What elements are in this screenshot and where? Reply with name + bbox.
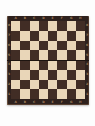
square-c6[interactable] xyxy=(30,41,39,51)
square-g1[interactable] xyxy=(67,89,76,99)
square-d5[interactable] xyxy=(39,50,48,60)
file-label: F xyxy=(57,99,66,105)
rank-label: 4 xyxy=(85,60,89,70)
square-h6[interactable] xyxy=(76,41,85,51)
rank-label: 7 xyxy=(85,31,89,41)
square-e4[interactable] xyxy=(48,60,57,70)
square-f7[interactable] xyxy=(57,31,66,41)
square-g3[interactable] xyxy=(67,70,76,80)
square-a8[interactable] xyxy=(11,21,20,31)
rank-label: 5 xyxy=(85,50,89,60)
square-g2[interactable] xyxy=(67,80,76,90)
square-e3[interactable] xyxy=(48,70,57,80)
square-g5[interactable] xyxy=(67,50,76,60)
square-e2[interactable] xyxy=(48,80,57,90)
square-f4[interactable] xyxy=(57,60,66,70)
square-e6[interactable] xyxy=(48,41,57,51)
square-h1[interactable] xyxy=(76,89,85,99)
square-c2[interactable] xyxy=(30,80,39,90)
square-a1[interactable] xyxy=(11,89,20,99)
square-f8[interactable] xyxy=(57,21,66,31)
square-h4[interactable] xyxy=(76,60,85,70)
square-h2[interactable] xyxy=(76,80,85,90)
square-g4[interactable] xyxy=(67,60,76,70)
square-d2[interactable] xyxy=(39,80,48,90)
file-label: G xyxy=(67,99,76,105)
file-label: C xyxy=(30,99,39,105)
square-a7[interactable] xyxy=(11,31,20,41)
square-c4[interactable] xyxy=(30,60,39,70)
square-b1[interactable] xyxy=(20,89,29,99)
square-d8[interactable] xyxy=(39,21,48,31)
square-b4[interactable] xyxy=(20,60,29,70)
square-f6[interactable] xyxy=(57,41,66,51)
product-photo-background: ABCDEFGH ABCDEFGH 87654321 87654321 xyxy=(0,0,95,126)
chess-board[interactable]: ABCDEFGH ABCDEFGH 87654321 87654321 xyxy=(7,16,89,105)
square-b2[interactable] xyxy=(20,80,29,90)
rank-label: 1 xyxy=(85,89,89,99)
rank-label: 2 xyxy=(85,80,89,90)
square-f3[interactable] xyxy=(57,70,66,80)
rank-label: 8 xyxy=(85,21,89,31)
square-b6[interactable] xyxy=(20,41,29,51)
square-e7[interactable] xyxy=(48,31,57,41)
square-c3[interactable] xyxy=(30,70,39,80)
file-label: D xyxy=(39,99,48,105)
square-c5[interactable] xyxy=(30,50,39,60)
file-label: H xyxy=(76,99,85,105)
file-label: E xyxy=(48,99,57,105)
square-b8[interactable] xyxy=(20,21,29,31)
square-g6[interactable] xyxy=(67,41,76,51)
square-g7[interactable] xyxy=(67,31,76,41)
square-e8[interactable] xyxy=(48,21,57,31)
square-d1[interactable] xyxy=(39,89,48,99)
square-h8[interactable] xyxy=(76,21,85,31)
square-b7[interactable] xyxy=(20,31,29,41)
square-f5[interactable] xyxy=(57,50,66,60)
square-c8[interactable] xyxy=(30,21,39,31)
square-f1[interactable] xyxy=(57,89,66,99)
square-d7[interactable] xyxy=(39,31,48,41)
file-label: A xyxy=(11,99,20,105)
square-a5[interactable] xyxy=(11,50,20,60)
square-h7[interactable] xyxy=(76,31,85,41)
square-h5[interactable] xyxy=(76,50,85,60)
rank-label: 6 xyxy=(85,41,89,51)
square-e5[interactable] xyxy=(48,50,57,60)
square-b5[interactable] xyxy=(20,50,29,60)
square-d4[interactable] xyxy=(39,60,48,70)
square-c1[interactable] xyxy=(30,89,39,99)
square-d6[interactable] xyxy=(39,41,48,51)
square-a4[interactable] xyxy=(11,60,20,70)
square-g8[interactable] xyxy=(67,21,76,31)
square-a3[interactable] xyxy=(11,70,20,80)
square-d3[interactable] xyxy=(39,70,48,80)
rank-label: 3 xyxy=(85,70,89,80)
square-a2[interactable] xyxy=(11,80,20,90)
square-c7[interactable] xyxy=(30,31,39,41)
square-e1[interactable] xyxy=(48,89,57,99)
file-label: B xyxy=(20,99,29,105)
file-labels-bottom: ABCDEFGH xyxy=(11,99,85,105)
square-h3[interactable] xyxy=(76,70,85,80)
square-f2[interactable] xyxy=(57,80,66,90)
square-a6[interactable] xyxy=(11,41,20,51)
hinge-seam xyxy=(7,60,89,61)
square-b3[interactable] xyxy=(20,70,29,80)
